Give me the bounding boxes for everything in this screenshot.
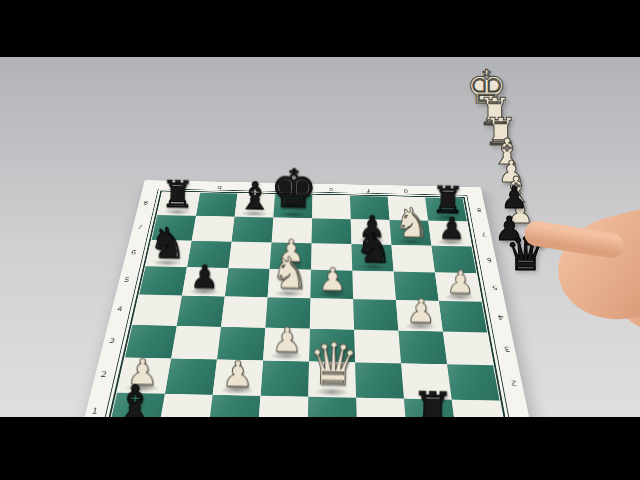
rank-label-4: 4 <box>495 302 507 333</box>
rank-label-6: 6 <box>484 247 494 274</box>
black-bishop-c8[interactable]: ♝ <box>237 177 272 216</box>
square-f3[interactable] <box>354 330 401 364</box>
square-e2[interactable]: ♛ <box>308 361 356 397</box>
square-e4[interactable] <box>310 298 354 329</box>
square-f6[interactable]: ♞ <box>352 244 394 271</box>
black-rook-a8[interactable]: ♜ <box>160 176 194 214</box>
video-frame: ♜♝♚♜♟♞♟♞♟♞♟♞♟♟♟♟♟♟♛♝♜ abcdefgh abcdefgh … <box>0 0 640 480</box>
file-label-f: f <box>350 188 388 194</box>
white-queen-e2[interactable]: ♛ <box>306 335 359 394</box>
black-pawn-b5[interactable]: ♟ <box>190 261 219 293</box>
square-d3[interactable]: ♟ <box>263 328 310 362</box>
rank-label-7: 7 <box>134 215 145 240</box>
file-label-e: e <box>313 187 350 193</box>
white-pawn-h5[interactable]: ♟ <box>445 266 474 298</box>
square-c7[interactable] <box>232 217 274 243</box>
white-pawn-c2[interactable]: ♟ <box>221 356 254 392</box>
square-b2[interactable] <box>165 359 217 395</box>
square-d8[interactable]: ♚ <box>273 194 312 218</box>
letterbox-top <box>0 0 640 57</box>
white-knight-d5[interactable]: ♞ <box>270 251 310 295</box>
rank-label-2: 2 <box>507 366 520 402</box>
black-knight-f6[interactable]: ♞ <box>354 226 393 269</box>
square-b7[interactable] <box>192 216 235 242</box>
rank-label-2: 2 <box>96 357 110 392</box>
square-c2[interactable]: ♟ <box>213 360 263 396</box>
table-scene: ♜♝♚♜♟♞♟♞♟♞♟♞♟♟♟♟♟♟♛♝♜ abcdefgh abcdefgh … <box>0 57 640 417</box>
white-pawn-d3[interactable]: ♟ <box>271 323 302 358</box>
square-a6[interactable]: ♞ <box>146 240 192 267</box>
black-knight-a6[interactable]: ♞ <box>148 222 187 265</box>
palm <box>547 201 640 333</box>
square-f5[interactable] <box>352 271 396 300</box>
square-e5[interactable]: ♟ <box>310 270 353 299</box>
square-a4[interactable] <box>132 295 182 326</box>
square-b4[interactable] <box>177 296 225 327</box>
square-b3[interactable] <box>171 326 221 360</box>
rank-label-3: 3 <box>105 325 119 358</box>
rank-label-6: 6 <box>128 240 140 267</box>
square-d5[interactable]: ♞ <box>268 269 311 298</box>
board-grid: ♜♝♚♜♟♞♟♞♟♞♟♞♟♟♟♟♟♟♛♝♜ <box>108 192 506 439</box>
square-h5[interactable]: ♟ <box>435 272 482 301</box>
square-c6[interactable] <box>228 242 271 269</box>
rank-label-5: 5 <box>489 274 500 303</box>
square-d2[interactable] <box>260 360 309 396</box>
file-label-g: g <box>387 189 425 195</box>
square-f2[interactable] <box>355 362 404 398</box>
square-h4[interactable] <box>439 301 487 333</box>
white-knight-g7[interactable]: ♞ <box>393 202 430 243</box>
rank-label-7: 7 <box>479 222 489 247</box>
black-king-d8[interactable]: ♚ <box>269 162 318 216</box>
black-pawn-h7[interactable]: ♟ <box>438 214 465 244</box>
file-label-b: b <box>201 185 239 191</box>
rank-label-8: 8 <box>474 198 483 222</box>
rank-label-5: 5 <box>121 266 133 294</box>
square-g6[interactable] <box>391 245 434 272</box>
square-b8[interactable] <box>196 193 238 217</box>
square-c4[interactable] <box>221 296 268 327</box>
rank-label-4: 4 <box>113 294 126 324</box>
rank-label-3: 3 <box>501 333 513 366</box>
square-c5[interactable] <box>225 268 270 297</box>
square-a5[interactable] <box>139 266 187 295</box>
square-h7[interactable]: ♟ <box>428 221 471 247</box>
rank-label-8: 8 <box>140 192 150 215</box>
square-g7[interactable]: ♞ <box>389 220 431 246</box>
white-pawn-e5[interactable]: ♟ <box>318 264 347 296</box>
square-h3[interactable] <box>443 331 493 365</box>
square-g3[interactable] <box>398 331 447 365</box>
letterbox-bottom <box>0 417 640 480</box>
square-b5[interactable]: ♟ <box>182 267 228 296</box>
square-h2[interactable] <box>447 364 499 400</box>
square-a8[interactable]: ♜ <box>157 192 200 216</box>
white-pawn-g4[interactable]: ♟ <box>405 295 435 329</box>
square-e8[interactable] <box>312 195 351 219</box>
square-g4[interactable]: ♟ <box>396 300 443 331</box>
square-f4[interactable] <box>353 299 398 330</box>
